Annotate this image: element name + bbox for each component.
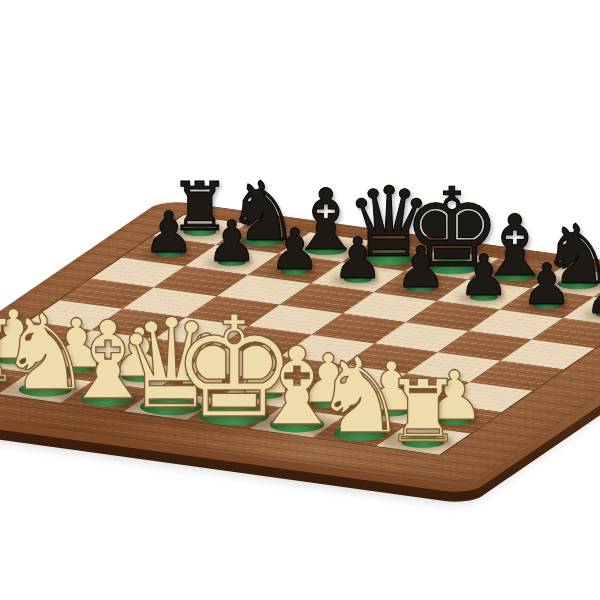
piece-black-pawn-f7[interactable]: ♟ (458, 247, 509, 304)
piece-black-pawn-e7[interactable]: ♟ (395, 239, 446, 296)
piece-black-pawn-b7[interactable]: ♟ (206, 213, 257, 270)
pieces-layer: ♜♞♝♛♚♝♞♜♟♟♟♟♟♟♟♟♟♟♟♟♟♟♟♟♜♞♝♛♚♝♞♜ (0, 0, 600, 600)
piece-black-pawn-c7[interactable]: ♟ (269, 221, 320, 278)
piece-black-pawn-a7[interactable]: ♟ (143, 204, 194, 261)
piece-white-rook-h1[interactable]: ♜ (385, 368, 462, 454)
piece-black-pawn-d7[interactable]: ♟ (332, 230, 383, 287)
piece-black-pawn-h7[interactable]: ♟ (584, 265, 600, 322)
piece-black-pawn-g7[interactable]: ♟ (521, 256, 572, 313)
photo-canvas: ♜♞♝♛♚♝♞♜♟♟♟♟♟♟♟♟♟♟♟♟♟♟♟♟♜♞♝♛♚♝♞♜ (0, 0, 600, 600)
